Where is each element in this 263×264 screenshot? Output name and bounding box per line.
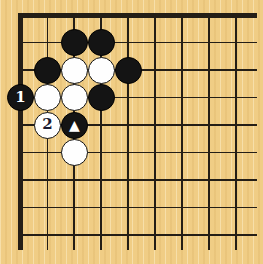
black-stone: ▲ <box>61 112 88 139</box>
move-number-label: 2 <box>42 117 52 133</box>
black-stone: 1 <box>7 84 34 111</box>
white-stone <box>61 57 88 84</box>
white-stone <box>61 84 88 111</box>
black-stone <box>61 29 88 56</box>
black-stone <box>115 57 142 84</box>
black-stone <box>88 84 115 111</box>
black-stone <box>88 29 115 56</box>
white-stone <box>88 57 115 84</box>
black-stone <box>34 57 61 84</box>
white-stone <box>34 84 61 111</box>
white-stone: 2 <box>34 112 61 139</box>
triangle-marker: ▲ <box>69 118 80 132</box>
white-stone <box>61 139 88 166</box>
move-number-label: 1 <box>15 90 25 106</box>
stones-grid: 12▲ <box>7 1 249 249</box>
go-board[interactable]: 12▲ <box>0 0 263 264</box>
